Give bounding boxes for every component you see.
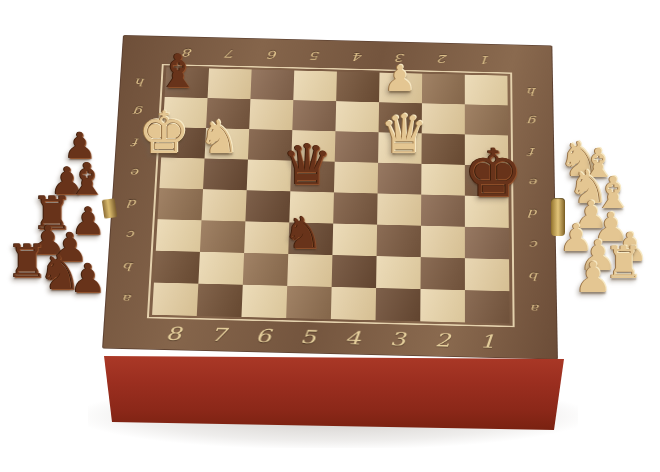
piece-dark-king-e1[interactable]: ♚: [460, 141, 526, 207]
square-h4[interactable]: [336, 72, 379, 103]
square-g4[interactable]: [335, 101, 379, 132]
top-label-2: 2: [439, 52, 449, 65]
piece-dark-queen-e5[interactable]: ♛: [279, 137, 335, 193]
square-a4[interactable]: [331, 287, 376, 320]
square-d8[interactable]: [158, 188, 203, 220]
square-g6[interactable]: [249, 99, 293, 130]
left-label-h: h: [136, 76, 146, 88]
square-d3[interactable]: [377, 193, 421, 225]
square-c1[interactable]: [465, 227, 509, 260]
piece-white-queen-f3[interactable]: ♛: [377, 108, 431, 162]
square-c8[interactable]: [156, 219, 202, 252]
square-b7[interactable]: [198, 252, 244, 285]
square-g5[interactable]: [292, 100, 336, 131]
square-a2[interactable]: [420, 289, 465, 322]
square-b3[interactable]: [376, 256, 421, 289]
left-label-e: e: [130, 166, 139, 178]
square-a7[interactable]: [197, 284, 243, 317]
bottom-label-1: 1: [479, 330, 495, 351]
top-label-1: 1: [481, 53, 491, 66]
right-label-h: h: [528, 85, 537, 97]
bottom-label-4: 4: [345, 327, 361, 348]
square-b4[interactable]: [332, 255, 377, 288]
square-h1[interactable]: [465, 75, 508, 106]
square-e3[interactable]: [378, 163, 422, 195]
coords-top-numbers: 87654321: [167, 41, 508, 70]
square-c3[interactable]: [377, 225, 421, 258]
square-h2[interactable]: [422, 74, 465, 105]
square-e2[interactable]: [421, 164, 465, 196]
right-label-f: f: [530, 145, 536, 157]
square-f4[interactable]: [335, 131, 379, 162]
left-label-a: a: [122, 291, 132, 304]
bottom-label-3: 3: [390, 328, 406, 349]
top-label-6: 6: [268, 48, 278, 61]
top-label-7: 7: [226, 47, 236, 60]
square-c4[interactable]: [332, 224, 377, 257]
bottom-label-2: 2: [435, 329, 451, 350]
top-label-4: 4: [354, 50, 364, 63]
captured-dark-pawn-10[interactable]: ♟: [68, 258, 108, 298]
left-label-d: d: [128, 197, 138, 210]
left-label-b: b: [124, 259, 134, 272]
right-label-a: a: [531, 301, 540, 314]
piece-dark-knight-c5[interactable]: ♞: [281, 211, 325, 255]
piece-white-pawn-h3[interactable]: ♟: [382, 61, 418, 97]
piece-dark-bishop-h8[interactable]: ♝: [155, 48, 201, 94]
right-label-e: e: [529, 176, 538, 189]
square-b5[interactable]: [287, 254, 332, 287]
coords-bottom-numbers: 87654321: [150, 319, 510, 355]
top-label-5: 5: [311, 49, 321, 62]
right-label-d: d: [529, 206, 539, 219]
square-c7[interactable]: [200, 220, 245, 253]
square-c2[interactable]: [421, 226, 465, 259]
square-a5[interactable]: [286, 286, 331, 319]
captured-white-pawn-11[interactable]: ♟: [572, 257, 614, 299]
square-h7[interactable]: [208, 68, 252, 99]
bottom-label-7: 7: [210, 324, 227, 345]
square-d2[interactable]: [421, 195, 465, 227]
square-a8[interactable]: [152, 283, 198, 316]
square-h6[interactable]: [250, 69, 294, 100]
box-front-side: [96, 352, 572, 434]
square-a6[interactable]: [241, 285, 287, 318]
square-a1[interactable]: [465, 290, 510, 323]
square-a3[interactable]: [376, 288, 421, 321]
square-g1[interactable]: [465, 104, 508, 135]
square-b1[interactable]: [465, 258, 509, 291]
square-d4[interactable]: [333, 192, 377, 224]
bottom-label-8: 8: [165, 323, 182, 344]
square-b2[interactable]: [420, 257, 464, 290]
left-label-c: c: [127, 228, 136, 241]
piece-white-king-f8[interactable]: ♚: [135, 104, 193, 162]
right-label-g: g: [528, 115, 537, 127]
right-label-c: c: [530, 238, 538, 251]
right-label-b: b: [530, 269, 540, 282]
piece-white-knight-f7[interactable]: ♞: [196, 114, 242, 160]
bottom-label-5: 5: [300, 326, 316, 347]
square-h5[interactable]: [293, 70, 337, 101]
square-b8[interactable]: [154, 251, 200, 284]
bottom-label-6: 6: [255, 325, 272, 346]
square-b6[interactable]: [243, 253, 288, 286]
square-e4[interactable]: [334, 162, 378, 194]
square-d7[interactable]: [201, 189, 246, 221]
scene: 87654321 87654321 hgfedcba hgfedcba ♝♚♞♟…: [0, 0, 660, 472]
